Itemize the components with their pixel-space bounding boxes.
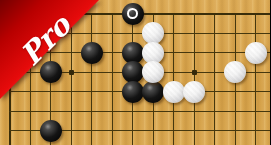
grid-line bbox=[9, 111, 271, 112]
white-stone bbox=[183, 81, 205, 103]
black-stone bbox=[122, 3, 144, 25]
last-move-marker bbox=[127, 8, 138, 19]
pro-ribbon: Pro bbox=[0, 0, 110, 110]
black-stone bbox=[40, 120, 62, 142]
white-stone bbox=[245, 42, 267, 64]
black-stone bbox=[122, 81, 144, 103]
star-point bbox=[192, 70, 197, 75]
white-stone bbox=[142, 22, 164, 44]
go-app-screen: Pro bbox=[0, 0, 270, 145]
black-stone bbox=[122, 61, 144, 83]
white-stone bbox=[142, 61, 164, 83]
white-stone bbox=[163, 81, 185, 103]
white-stone bbox=[224, 61, 246, 83]
black-stone bbox=[142, 81, 164, 103]
